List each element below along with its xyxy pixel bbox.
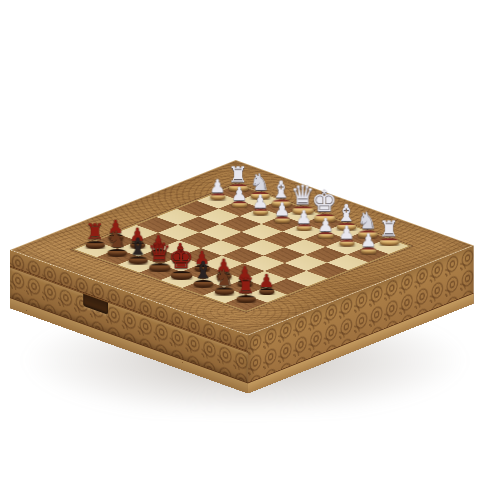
- chess-box: ♜♟♟♜♞♟♟♞♝♟♟♝♛♟♟♛♚♟♟♚♝♟♟♝♞♟♟♞♜♟♟♜: [10, 160, 474, 335]
- black-rook-glyph: ♜: [236, 275, 256, 297]
- piece-base: [361, 247, 376, 254]
- photo-canvas: ♜♟♟♜♞♟♟♞♝♟♟♝♛♟♟♛♚♟♟♚♝♟♟♝♞♟♟♞♜♟♟♜: [0, 0, 500, 500]
- piece-base: [236, 295, 255, 303]
